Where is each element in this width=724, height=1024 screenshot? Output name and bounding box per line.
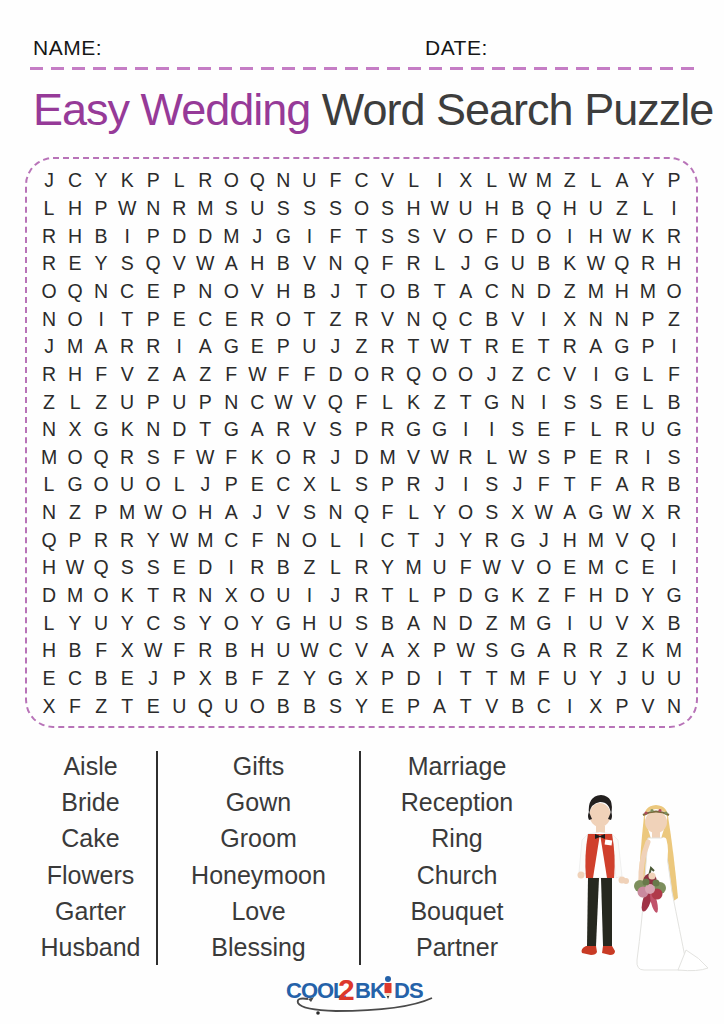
grid-cell: S xyxy=(661,443,687,471)
grid-cell: L xyxy=(36,195,62,223)
grid-cell: L xyxy=(635,195,661,223)
grid-cell: W xyxy=(531,499,557,527)
grid-cell: S xyxy=(375,222,401,250)
grid-cell: N xyxy=(192,278,218,306)
grid-cell: U xyxy=(453,195,479,223)
grid-cell: L xyxy=(401,582,427,610)
grid-cell: F xyxy=(661,361,687,389)
grid-cell: E xyxy=(635,554,661,582)
grid-cell: X xyxy=(505,499,531,527)
grid-cell: I xyxy=(427,167,453,195)
grid-cell: U xyxy=(635,416,661,444)
grid-cell: U xyxy=(583,609,609,637)
grid-cell: O xyxy=(296,526,322,554)
grid-cell: U xyxy=(114,388,140,416)
grid-cell: X xyxy=(62,416,88,444)
grid-cell: O xyxy=(661,278,687,306)
grid-cell: M xyxy=(505,665,531,693)
title-rest: Word Search Puzzle xyxy=(310,84,713,135)
grid-cell: A xyxy=(375,637,401,665)
grid-cell: N xyxy=(270,526,296,554)
grid-cell: A xyxy=(192,333,218,361)
grid-cell: P xyxy=(635,305,661,333)
grid-cell: L xyxy=(635,388,661,416)
grid-cell: H xyxy=(244,250,270,278)
grid-cell: U xyxy=(505,250,531,278)
grid-cell: R xyxy=(479,526,505,554)
word-column: MarriageReceptionRingChurchBouquetPartne… xyxy=(361,747,553,969)
grid-cell: W xyxy=(140,499,166,527)
grid-cell: E xyxy=(531,416,557,444)
grid-cell: Z xyxy=(609,195,635,223)
grid-cell: I xyxy=(114,222,140,250)
grid-cell: W xyxy=(609,222,635,250)
grid-cell: I xyxy=(427,665,453,693)
grid-cell: Y xyxy=(244,609,270,637)
word-item: Blessing xyxy=(158,930,359,965)
word-item: Ring xyxy=(361,821,553,856)
grid-cell: A xyxy=(218,499,244,527)
grid-cell: Y xyxy=(583,665,609,693)
grid-cell: O xyxy=(62,443,88,471)
grid-cell: B xyxy=(661,471,687,499)
grid-cell: C xyxy=(114,278,140,306)
grid-cell: R xyxy=(140,333,166,361)
word-item: Marriage xyxy=(361,749,553,784)
bride-figure xyxy=(634,805,708,971)
grid-cell: M xyxy=(401,554,427,582)
grid-cell: R xyxy=(348,305,374,333)
grid-cell: A xyxy=(583,333,609,361)
grid-cell: D xyxy=(348,443,374,471)
grid-cell: Y xyxy=(114,609,140,637)
grid-cell: O xyxy=(348,361,374,389)
grid-cell: J xyxy=(427,526,453,554)
word-item: Partner xyxy=(361,930,553,965)
grid-cell: B xyxy=(505,195,531,223)
grid-cell: E xyxy=(166,305,192,333)
grid-cell: V xyxy=(296,416,322,444)
grid-cell: W xyxy=(192,443,218,471)
grid-cell: L xyxy=(375,388,401,416)
grid-cell: P xyxy=(62,526,88,554)
grid-cell: T xyxy=(114,692,140,720)
grid-cell: V xyxy=(557,361,583,389)
grid-cell: E xyxy=(244,333,270,361)
grid-cell: B xyxy=(479,305,505,333)
grid-cell: O xyxy=(218,609,244,637)
grid-cell: A xyxy=(166,361,192,389)
grid-cell: J xyxy=(609,665,635,693)
grid-cell: C xyxy=(609,554,635,582)
grid-cell: S xyxy=(218,195,244,223)
grid-cell: W xyxy=(140,637,166,665)
page-title: Easy Wedding Word Search Puzzle xyxy=(33,84,713,136)
grid-cell: Y xyxy=(296,665,322,693)
grid-cell: H xyxy=(557,195,583,223)
grid-cell: S xyxy=(140,443,166,471)
grid-cell: K xyxy=(114,416,140,444)
grid-cell: P xyxy=(140,167,166,195)
grid-cell: N xyxy=(36,305,62,333)
grid-cell: H xyxy=(36,637,62,665)
grid-cell: O xyxy=(453,499,479,527)
grid-cell: U xyxy=(88,609,114,637)
grid-cell: R xyxy=(348,554,374,582)
grid-cell: W xyxy=(244,361,270,389)
grid-cell: H xyxy=(479,195,505,223)
grid-cell: H xyxy=(583,222,609,250)
grid-cell: P xyxy=(140,305,166,333)
grid-cell: M xyxy=(531,167,557,195)
grid-cell: J xyxy=(36,333,62,361)
grid-cell: Z xyxy=(348,333,374,361)
grid-cell: R xyxy=(583,637,609,665)
grid-cell: F xyxy=(166,637,192,665)
grid-cell: R xyxy=(114,526,140,554)
grid-cell: M xyxy=(661,637,687,665)
word-item: Gifts xyxy=(158,749,359,784)
grid-cell: J xyxy=(322,333,348,361)
grid-cell: S xyxy=(322,416,348,444)
cool2bkids-logo: COOL 2 BK DS xyxy=(284,968,444,1020)
grid-cell: D xyxy=(531,278,557,306)
grid-cell: L xyxy=(479,167,505,195)
logo-text-2: 2 xyxy=(338,973,355,1006)
grid-cell: F xyxy=(557,582,583,610)
word-item: Honeymoon xyxy=(158,858,359,893)
grid-cell: C xyxy=(479,278,505,306)
grid-cell: B xyxy=(270,692,296,720)
grid-cell: U xyxy=(583,195,609,223)
word-item: Groom xyxy=(158,821,359,856)
groom-figure xyxy=(578,795,626,955)
word-item: Husband xyxy=(25,930,156,965)
grid-cell: L xyxy=(322,526,348,554)
grid-cell: M xyxy=(583,278,609,306)
grid-cell: R xyxy=(348,582,374,610)
grid-cell: R xyxy=(192,167,218,195)
word-item: Garter xyxy=(25,894,156,929)
grid-cell: F xyxy=(296,361,322,389)
grid-cell: L xyxy=(322,471,348,499)
grid-cell: M xyxy=(218,222,244,250)
grid-cell: P xyxy=(270,333,296,361)
grid-cell: N xyxy=(401,305,427,333)
grid-cell: Z xyxy=(661,305,687,333)
grid-cell: D xyxy=(453,582,479,610)
grid-cell: J xyxy=(322,582,348,610)
grid-cell: A xyxy=(88,333,114,361)
grid-cell: Z xyxy=(505,361,531,389)
grid-cell: I xyxy=(661,526,687,554)
grid-cell: V xyxy=(609,609,635,637)
grid-cell: S xyxy=(114,250,140,278)
grid-cell: P xyxy=(427,637,453,665)
grid-cell: Q xyxy=(62,278,88,306)
grid-cell: V xyxy=(114,361,140,389)
date-label: DATE: xyxy=(425,36,488,60)
grid-cell: G xyxy=(62,471,88,499)
grid-cell: U xyxy=(114,471,140,499)
grid-cell: G xyxy=(88,416,114,444)
grid-cell: M xyxy=(62,582,88,610)
grid-cell: U xyxy=(218,692,244,720)
grid-cell: E xyxy=(505,333,531,361)
grid-cell: O xyxy=(375,278,401,306)
grid-cell: T xyxy=(427,278,453,306)
grid-cell: R xyxy=(270,416,296,444)
grid-cell: U xyxy=(557,665,583,693)
grid-cell: H xyxy=(401,195,427,223)
grid-cell: B xyxy=(505,692,531,720)
grid-cell: U xyxy=(661,665,687,693)
grid-cell: I xyxy=(661,554,687,582)
grid-cell: G xyxy=(427,416,453,444)
grid-cell: O xyxy=(88,471,114,499)
grid-cell: Z xyxy=(140,361,166,389)
grid-cell: P xyxy=(166,278,192,306)
grid-cell: V xyxy=(505,554,531,582)
grid-cell: F xyxy=(88,637,114,665)
grid-cell: W xyxy=(166,526,192,554)
grid-cell: H xyxy=(661,250,687,278)
header-dashed-line xyxy=(30,67,694,70)
grid-cell: R xyxy=(453,443,479,471)
grid-cell: C xyxy=(244,388,270,416)
grid-cell: I xyxy=(88,305,114,333)
grid-cell: B xyxy=(270,554,296,582)
grid-cell: T xyxy=(192,416,218,444)
grid-cell: R xyxy=(244,554,270,582)
grid-cell: W xyxy=(427,443,453,471)
grid-cell: F xyxy=(583,471,609,499)
grid-cell: R xyxy=(166,195,192,223)
grid-cell: M xyxy=(505,609,531,637)
grid-cell: U xyxy=(296,333,322,361)
pencil-icon xyxy=(385,976,392,999)
grid-cell: V xyxy=(296,250,322,278)
grid-cell: W xyxy=(114,195,140,223)
grid-cell: H xyxy=(36,554,62,582)
grid-cell: O xyxy=(88,582,114,610)
grid-cell: I xyxy=(166,333,192,361)
grid-cell: N xyxy=(140,195,166,223)
grid-cell: E xyxy=(140,692,166,720)
grid-cell: Z xyxy=(479,609,505,637)
grid-cell: R xyxy=(114,443,140,471)
grid-cell: Q xyxy=(140,250,166,278)
grid-cell: L xyxy=(635,361,661,389)
grid-cell: Z xyxy=(557,278,583,306)
grid-cell: U xyxy=(244,195,270,223)
grid-cell: C xyxy=(62,665,88,693)
word-item: Gown xyxy=(158,785,359,820)
grid-cell: G xyxy=(531,609,557,637)
grid-cell: F xyxy=(244,665,270,693)
grid-cell: V xyxy=(270,499,296,527)
grid-cell: J xyxy=(505,471,531,499)
grid-cell: N xyxy=(427,609,453,637)
word-item: Bride xyxy=(25,785,156,820)
grid-cell: R xyxy=(375,333,401,361)
grid-cell: C xyxy=(375,526,401,554)
grid-cell: A xyxy=(453,278,479,306)
grid-cell: G xyxy=(661,582,687,610)
grid-cell: F xyxy=(375,499,401,527)
grid-cell: D xyxy=(453,609,479,637)
grid-cell: M xyxy=(375,443,401,471)
grid-cell: Z xyxy=(270,665,296,693)
grid-cell: O xyxy=(270,443,296,471)
grid-cell: L xyxy=(479,443,505,471)
grid-cell: E xyxy=(36,665,62,693)
grid-cell: N xyxy=(270,167,296,195)
grid-cell: X xyxy=(296,471,322,499)
grid-cell: D xyxy=(166,222,192,250)
grid-cell: S xyxy=(270,195,296,223)
grid-cell: N xyxy=(322,499,348,527)
grid-cell: S xyxy=(505,416,531,444)
grid-cell: G xyxy=(270,222,296,250)
grid-cell: M xyxy=(583,526,609,554)
grid-cell: B xyxy=(62,637,88,665)
puzzle-border: JCYKPLROQNUFCVLIXLWMZLAYPLHPWNRMSUSSSOSH… xyxy=(25,157,698,728)
grid-cell: I xyxy=(218,554,244,582)
grid-cell: Q xyxy=(427,305,453,333)
grid-cell: T xyxy=(140,582,166,610)
grid-cell: Y xyxy=(192,609,218,637)
grid-cell: K xyxy=(244,443,270,471)
grid-cell: D xyxy=(166,416,192,444)
grid-cell: C xyxy=(348,167,374,195)
grid-cell: Z xyxy=(427,388,453,416)
grid-cell: W xyxy=(296,637,322,665)
grid-cell: R xyxy=(375,416,401,444)
grid-cell: E xyxy=(375,692,401,720)
grid-cell: Y xyxy=(348,692,374,720)
grid-cell: G xyxy=(479,250,505,278)
grid-cell: I xyxy=(453,471,479,499)
grid-cell: M xyxy=(635,278,661,306)
grid-cell: T xyxy=(453,388,479,416)
grid-cell: P xyxy=(375,665,401,693)
grid-cell: X xyxy=(557,305,583,333)
grid-cell: W xyxy=(62,554,88,582)
grid-cell: M xyxy=(62,333,88,361)
grid-cell: K xyxy=(505,582,531,610)
grid-cell: W xyxy=(505,167,531,195)
holding-hands xyxy=(623,878,629,884)
grid-cell: O xyxy=(36,278,62,306)
grid-cell: R xyxy=(557,637,583,665)
grid-cell: L xyxy=(401,499,427,527)
grid-cell: F xyxy=(88,361,114,389)
word-item: Church xyxy=(361,858,553,893)
grid-cell: E xyxy=(114,665,140,693)
grid-cell: Z xyxy=(609,637,635,665)
grid-cell: O xyxy=(348,195,374,223)
grid-cell: W xyxy=(427,195,453,223)
grid-cell: Q xyxy=(88,443,114,471)
grid-cell: O xyxy=(531,554,557,582)
grid-cell: V xyxy=(166,250,192,278)
grid-cell: Z xyxy=(36,388,62,416)
grid-cell: M xyxy=(192,526,218,554)
grid-cell: Y xyxy=(88,250,114,278)
grid-cell: R xyxy=(609,443,635,471)
grid-cell: L xyxy=(401,167,427,195)
grid-cell: L xyxy=(62,388,88,416)
grid-cell: X xyxy=(635,609,661,637)
grid-cell: C xyxy=(322,637,348,665)
word-item: Bouquet xyxy=(361,894,553,929)
grid-cell: O xyxy=(270,305,296,333)
grid-cell: I xyxy=(479,416,505,444)
grid-cell: I xyxy=(296,222,322,250)
grid-cell: V xyxy=(479,692,505,720)
grid-cell: O xyxy=(427,361,453,389)
grid-cell: Z xyxy=(88,388,114,416)
grid-cell: B xyxy=(296,278,322,306)
grid-cell: F xyxy=(531,665,557,693)
grid-cell: K xyxy=(557,250,583,278)
grid-cell: B xyxy=(88,222,114,250)
grid-cell: H xyxy=(583,582,609,610)
grid-cell: F xyxy=(479,222,505,250)
grid-cell: A xyxy=(427,692,453,720)
grid-cell: M xyxy=(192,195,218,223)
grid-cell: H xyxy=(270,278,296,306)
grid-cell: A xyxy=(557,499,583,527)
grid-cell: I xyxy=(453,416,479,444)
grid-cell: O xyxy=(244,692,270,720)
grid-cell: M xyxy=(36,443,62,471)
grid-cell: R xyxy=(114,333,140,361)
grid-cell: F xyxy=(270,361,296,389)
grid-cell: Q xyxy=(609,250,635,278)
grid-cell: H xyxy=(557,526,583,554)
grid-cell: T xyxy=(348,222,374,250)
grid-cell: U xyxy=(166,388,192,416)
grid-cell: L xyxy=(166,167,192,195)
grid-cell: V xyxy=(505,305,531,333)
grid-cell: V xyxy=(609,526,635,554)
grid-cell: V xyxy=(635,692,661,720)
grid-cell: K xyxy=(114,167,140,195)
grid-cell: K xyxy=(401,388,427,416)
grid-cell: Y xyxy=(427,499,453,527)
grid-cell: E xyxy=(583,443,609,471)
grid-cell: Z xyxy=(296,554,322,582)
grid-cell: Y xyxy=(88,167,114,195)
grid-cell: S xyxy=(531,443,557,471)
grid-cell: P xyxy=(140,388,166,416)
word-item: Aisle xyxy=(25,749,156,784)
grid-cell: G xyxy=(609,361,635,389)
grid-cell: S xyxy=(557,388,583,416)
grid-cell: P xyxy=(218,471,244,499)
grid-cell: N xyxy=(661,692,687,720)
grid-cell: R xyxy=(661,222,687,250)
grid-cell: X xyxy=(453,167,479,195)
grid-cell: F xyxy=(244,526,270,554)
grid-cell: I xyxy=(661,195,687,223)
grid-cell: S xyxy=(479,471,505,499)
grid-cell: B xyxy=(661,388,687,416)
grid-cell: H xyxy=(296,609,322,637)
grid-cell: V xyxy=(427,222,453,250)
